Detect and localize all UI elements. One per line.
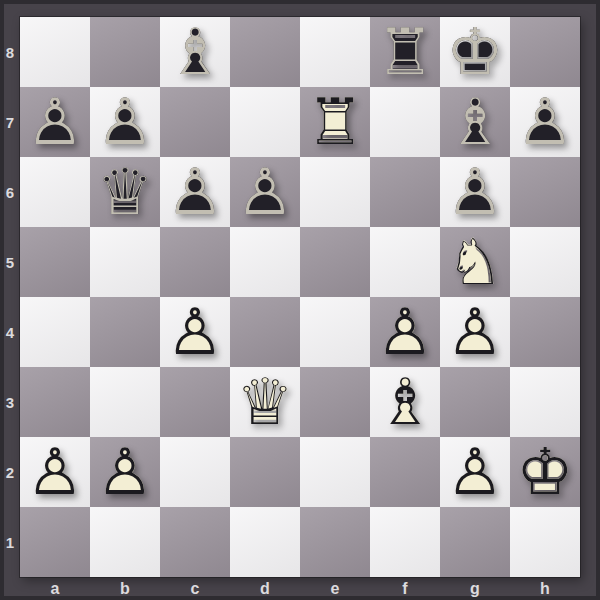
square-g6[interactable]: ♟♙ (440, 157, 510, 227)
file-label-b: b (90, 577, 160, 600)
square-f8[interactable]: ♜♖ (370, 17, 440, 87)
piece-white-rook[interactable]: ♜♖ (300, 87, 370, 157)
square-g1[interactable] (440, 507, 510, 577)
piece-outline-glyph: ♙ (20, 87, 90, 157)
rank-label-3: 3 (0, 367, 20, 437)
square-h5[interactable] (510, 227, 580, 297)
piece-black-pawn[interactable]: ♟♙ (20, 87, 90, 157)
square-h3[interactable] (510, 367, 580, 437)
piece-white-bishop[interactable]: ♝♗ (370, 367, 440, 437)
square-h7[interactable]: ♟♙ (510, 87, 580, 157)
piece-black-rook[interactable]: ♜♖ (370, 17, 440, 87)
rank-label-8: 8 (0, 17, 20, 87)
square-f6[interactable] (370, 157, 440, 227)
square-g8[interactable]: ♚♔ (440, 17, 510, 87)
piece-outline-glyph: ♕ (230, 367, 300, 437)
piece-white-pawn[interactable]: ♟♙ (20, 437, 90, 507)
piece-white-pawn[interactable]: ♟♙ (90, 437, 160, 507)
chess-board: ♝♗♜♖♚♔♟♙♟♙♜♖♝♗♟♙♛♕♟♙♟♙♟♙♞♘♟♙♟♙♟♙♛♕♝♗♟♙♟♙… (20, 17, 580, 577)
file-label-a: a (20, 577, 90, 600)
square-f7[interactable] (370, 87, 440, 157)
square-g4[interactable]: ♟♙ (440, 297, 510, 367)
piece-black-pawn[interactable]: ♟♙ (90, 87, 160, 157)
square-a4[interactable] (20, 297, 90, 367)
piece-outline-glyph: ♙ (440, 437, 510, 507)
square-e3[interactable] (300, 367, 370, 437)
square-d5[interactable] (230, 227, 300, 297)
square-e4[interactable] (300, 297, 370, 367)
piece-outline-glyph: ♙ (230, 157, 300, 227)
square-c1[interactable] (160, 507, 230, 577)
piece-white-pawn[interactable]: ♟♙ (370, 297, 440, 367)
square-e5[interactable] (300, 227, 370, 297)
square-c8[interactable]: ♝♗ (160, 17, 230, 87)
square-g3[interactable] (440, 367, 510, 437)
square-d1[interactable] (230, 507, 300, 577)
square-b3[interactable] (90, 367, 160, 437)
square-b5[interactable] (90, 227, 160, 297)
rank-label-1: 1 (0, 507, 20, 577)
piece-white-pawn[interactable]: ♟♙ (440, 437, 510, 507)
rank-label-4: 4 (0, 297, 20, 367)
square-e2[interactable] (300, 437, 370, 507)
square-d6[interactable]: ♟♙ (230, 157, 300, 227)
piece-black-pawn[interactable]: ♟♙ (160, 157, 230, 227)
square-g5[interactable]: ♞♘ (440, 227, 510, 297)
square-a2[interactable]: ♟♙ (20, 437, 90, 507)
square-d3[interactable]: ♛♕ (230, 367, 300, 437)
square-c6[interactable]: ♟♙ (160, 157, 230, 227)
piece-outline-glyph: ♙ (510, 87, 580, 157)
rank-label-6: 6 (0, 157, 20, 227)
square-a3[interactable] (20, 367, 90, 437)
square-d8[interactable] (230, 17, 300, 87)
piece-outline-glyph: ♗ (370, 367, 440, 437)
square-b7[interactable]: ♟♙ (90, 87, 160, 157)
piece-white-knight[interactable]: ♞♘ (440, 227, 510, 297)
piece-outline-glyph: ♙ (90, 87, 160, 157)
piece-outline-glyph: ♙ (20, 437, 90, 507)
piece-outline-glyph: ♗ (440, 87, 510, 157)
piece-black-king[interactable]: ♚♔ (440, 17, 510, 87)
square-h8[interactable] (510, 17, 580, 87)
square-c3[interactable] (160, 367, 230, 437)
piece-outline-glyph: ♙ (90, 437, 160, 507)
piece-black-bishop[interactable]: ♝♗ (160, 17, 230, 87)
square-b8[interactable] (90, 17, 160, 87)
rank-label-2: 2 (0, 437, 20, 507)
piece-outline-glyph: ♙ (160, 157, 230, 227)
square-h4[interactable] (510, 297, 580, 367)
piece-outline-glyph: ♙ (440, 297, 510, 367)
square-f1[interactable] (370, 507, 440, 577)
piece-white-king[interactable]: ♚♔ (510, 437, 580, 507)
file-label-g: g (440, 577, 510, 600)
square-h1[interactable] (510, 507, 580, 577)
rank-label-5: 5 (0, 227, 20, 297)
square-b1[interactable] (90, 507, 160, 577)
file-label-e: e (300, 577, 370, 600)
square-h6[interactable] (510, 157, 580, 227)
piece-outline-glyph: ♙ (440, 157, 510, 227)
file-label-h: h (510, 577, 580, 600)
square-a5[interactable] (20, 227, 90, 297)
piece-outline-glyph: ♔ (510, 437, 580, 507)
square-a1[interactable] (20, 507, 90, 577)
square-c2[interactable] (160, 437, 230, 507)
piece-outline-glyph: ♗ (160, 17, 230, 87)
piece-black-bishop[interactable]: ♝♗ (440, 87, 510, 157)
rank-label-7: 7 (0, 87, 20, 157)
file-label-d: d (230, 577, 300, 600)
square-g7[interactable]: ♝♗ (440, 87, 510, 157)
square-c7[interactable] (160, 87, 230, 157)
file-label-f: f (370, 577, 440, 600)
board-frame: ♝♗♜♖♚♔♟♙♟♙♜♖♝♗♟♙♛♕♟♙♟♙♟♙♞♘♟♙♟♙♟♙♛♕♝♗♟♙♟♙… (0, 0, 600, 600)
piece-white-queen[interactable]: ♛♕ (230, 367, 300, 437)
square-e8[interactable] (300, 17, 370, 87)
square-f4[interactable]: ♟♙ (370, 297, 440, 367)
square-b2[interactable]: ♟♙ (90, 437, 160, 507)
square-f2[interactable] (370, 437, 440, 507)
square-e7[interactable]: ♜♖ (300, 87, 370, 157)
piece-outline-glyph: ♖ (300, 87, 370, 157)
square-a7[interactable]: ♟♙ (20, 87, 90, 157)
piece-outline-glyph: ♔ (440, 17, 510, 87)
square-c4[interactable]: ♟♙ (160, 297, 230, 367)
square-b6[interactable]: ♛♕ (90, 157, 160, 227)
piece-white-pawn[interactable]: ♟♙ (440, 297, 510, 367)
piece-black-queen[interactable]: ♛♕ (90, 157, 160, 227)
file-label-c: c (160, 577, 230, 600)
piece-black-pawn[interactable]: ♟♙ (440, 157, 510, 227)
square-d2[interactable] (230, 437, 300, 507)
piece-outline-glyph: ♙ (370, 297, 440, 367)
square-d7[interactable] (230, 87, 300, 157)
square-a6[interactable] (20, 157, 90, 227)
square-d4[interactable] (230, 297, 300, 367)
square-h2[interactable]: ♚♔ (510, 437, 580, 507)
piece-black-pawn[interactable]: ♟♙ (230, 157, 300, 227)
square-b4[interactable] (90, 297, 160, 367)
piece-black-pawn[interactable]: ♟♙ (510, 87, 580, 157)
piece-white-pawn[interactable]: ♟♙ (160, 297, 230, 367)
square-a8[interactable] (20, 17, 90, 87)
piece-outline-glyph: ♙ (160, 297, 230, 367)
square-f3[interactable]: ♝♗ (370, 367, 440, 437)
square-g2[interactable]: ♟♙ (440, 437, 510, 507)
square-f5[interactable] (370, 227, 440, 297)
piece-outline-glyph: ♘ (440, 227, 510, 297)
square-e1[interactable] (300, 507, 370, 577)
piece-outline-glyph: ♕ (90, 157, 160, 227)
square-c5[interactable] (160, 227, 230, 297)
square-e6[interactable] (300, 157, 370, 227)
piece-outline-glyph: ♖ (370, 17, 440, 87)
